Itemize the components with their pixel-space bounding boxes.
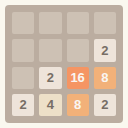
tile-4-r4c2: 4 [39,94,61,116]
empty-cell-r1c4 [94,12,116,34]
empty-cell-r2c1 [12,39,34,61]
tile-2-r2c4: 2 [94,39,116,61]
tile-8-r3c4: 8 [94,67,116,89]
empty-cell-r2c2 [39,39,61,61]
game-board-2048[interactable]: 221682482 [5,5,123,123]
empty-cell-r1c3 [67,12,89,34]
empty-cell-r1c1 [12,12,34,34]
tile-8-r4c3: 8 [67,94,89,116]
tile-2-r4c4: 2 [94,94,116,116]
empty-cell-r3c1 [12,67,34,89]
tile-16-r3c3: 16 [67,67,89,89]
tile-2-r4c1: 2 [12,94,34,116]
empty-cell-r2c3 [67,39,89,61]
tile-2-r3c2: 2 [39,67,61,89]
empty-cell-r1c2 [39,12,61,34]
